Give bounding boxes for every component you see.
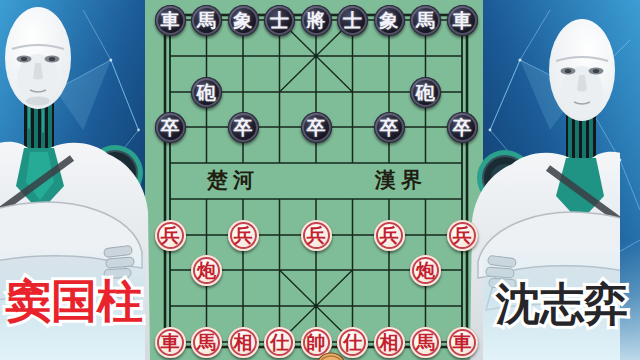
piece-black-k[interactable]: 將 [301, 5, 332, 36]
piece-black-c[interactable]: 砲 [191, 77, 222, 108]
player-name-right: 沈志弈 [486, 276, 638, 332]
piece-black-b[interactable]: 象 [228, 5, 259, 36]
piece-black-p[interactable]: 卒 [301, 112, 332, 143]
piece-black-n[interactable]: 馬 [191, 5, 222, 36]
river-label-han-jie: 漢界 [361, 166, 441, 194]
piece-black-a[interactable]: 士 [264, 5, 295, 36]
screenshot-stage: 楚河 漢界 車馬象士將士象馬車砲砲卒卒卒卒卒兵兵兵兵兵炮炮車馬相仕帥仕相馬車 [0, 0, 640, 360]
piece-black-p[interactable]: 卒 [374, 112, 405, 143]
piece-red-b[interactable]: 相 [228, 327, 259, 358]
piece-red-r[interactable]: 車 [155, 327, 186, 358]
piece-red-p[interactable]: 兵 [228, 220, 259, 251]
piece-black-c[interactable]: 砲 [410, 77, 441, 108]
piece-red-p[interactable]: 兵 [447, 220, 478, 251]
piece-red-c[interactable]: 炮 [410, 255, 441, 286]
river-label-chu-he: 楚河 [193, 166, 273, 194]
piece-red-n[interactable]: 馬 [410, 327, 441, 358]
piece-red-b[interactable]: 相 [374, 327, 405, 358]
piece-red-p[interactable]: 兵 [301, 220, 332, 251]
player-name-right-text: 沈志弈 [495, 278, 628, 329]
piece-black-a[interactable]: 士 [337, 5, 368, 36]
piece-black-n[interactable]: 馬 [410, 5, 441, 36]
player-name-left-text: 窦国柱 [5, 274, 143, 328]
piece-red-p[interactable]: 兵 [374, 220, 405, 251]
player-name-left: 窦国柱 [0, 272, 150, 330]
piece-black-p[interactable]: 卒 [447, 112, 478, 143]
piece-red-r[interactable]: 車 [447, 327, 478, 358]
piece-black-r[interactable]: 車 [155, 5, 186, 36]
piece-black-b[interactable]: 象 [374, 5, 405, 36]
xiangqi-board[interactable]: 楚河 漢界 車馬象士將士象馬車砲砲卒卒卒卒卒兵兵兵兵兵炮炮車馬相仕帥仕相馬車 [145, 0, 483, 360]
piece-black-r[interactable]: 車 [447, 5, 478, 36]
piece-red-c[interactable]: 炮 [191, 255, 222, 286]
peeking-cartoon-head [315, 348, 347, 360]
piece-red-p[interactable]: 兵 [155, 220, 186, 251]
piece-red-a[interactable]: 仕 [264, 327, 295, 358]
piece-red-n[interactable]: 馬 [191, 327, 222, 358]
piece-black-p[interactable]: 卒 [228, 112, 259, 143]
piece-black-p[interactable]: 卒 [155, 112, 186, 143]
